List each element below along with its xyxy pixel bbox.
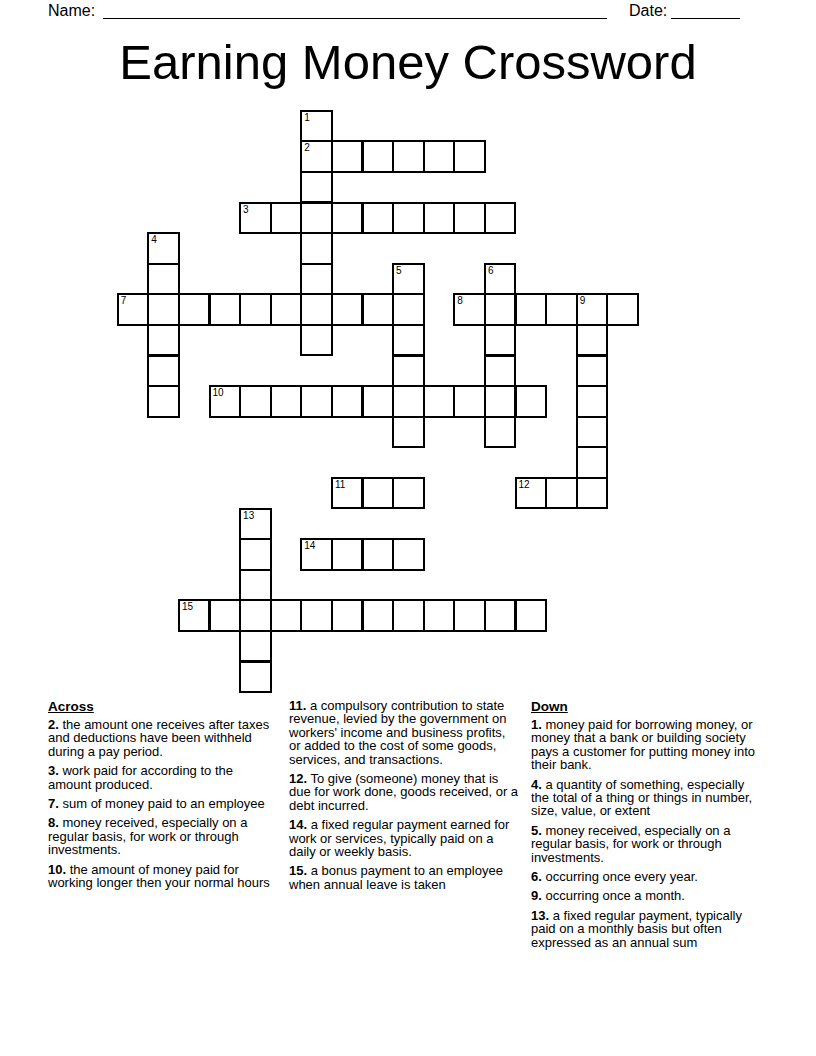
- grid-cell-r16-c7[interactable]: [331, 599, 364, 632]
- clue-number-across-3: 3.: [48, 763, 59, 778]
- grid-cell-r9-c6[interactable]: [300, 385, 333, 418]
- grid-cell-r12-c13[interactable]: 12: [515, 477, 548, 510]
- grid-cell-r6-c6[interactable]: [300, 293, 333, 326]
- grid-cell-r5-c9[interactable]: 5: [392, 263, 425, 296]
- clue-across-11: 11. a compulsory contribution to state r…: [289, 699, 519, 766]
- cell-number-9: 9: [580, 295, 586, 306]
- across-heading: Across: [48, 699, 278, 714]
- cell-number-6: 6: [488, 265, 494, 276]
- grid-cell-r6-c1[interactable]: [147, 293, 180, 326]
- grid-cell-r12-c9[interactable]: [392, 477, 425, 510]
- clue-number-across-12: 12.: [289, 771, 307, 786]
- grid-cell-r6-c2[interactable]: [178, 293, 211, 326]
- grid-cell-r9-c10[interactable]: [423, 385, 456, 418]
- cell-number-3: 3: [243, 204, 249, 215]
- grid-cell-r9-c13[interactable]: [515, 385, 548, 418]
- clue-down-13: 13. a fixed regular payment, typically p…: [531, 909, 761, 949]
- grid-cell-r3-c6[interactable]: [300, 202, 333, 235]
- clue-down-6: 6. occurring once every year.: [531, 870, 761, 883]
- cell-number-2: 2: [304, 142, 310, 153]
- across-clues-column-1: Across 2. the amount one receives after …: [48, 699, 278, 895]
- grid-cell-r12-c15[interactable]: [576, 477, 609, 510]
- grid-cell-r5-c12[interactable]: 6: [484, 263, 517, 296]
- grid-cell-r16-c10[interactable]: [423, 599, 456, 632]
- grid-cell-r6-c3[interactable]: [209, 293, 242, 326]
- grid-cell-r16-c13[interactable]: [515, 599, 548, 632]
- grid-cell-r1-c11[interactable]: [453, 140, 486, 173]
- clue-down-1: 1. money paid for borrowing money, or mo…: [531, 718, 761, 772]
- grid-cell-r3-c7[interactable]: [331, 202, 364, 235]
- crossword-grid: 123456789101112131415: [0, 0, 816, 700]
- clue-across-12: 12. To give (someone) money that is due …: [289, 772, 519, 812]
- clue-across-7: 7. sum of money paid to an employee: [48, 797, 278, 810]
- cell-number-10: 10: [213, 387, 224, 398]
- grid-cell-r8-c12[interactable]: [484, 355, 517, 388]
- cell-number-5: 5: [396, 265, 402, 276]
- grid-cell-r1-c9[interactable]: [392, 140, 425, 173]
- grid-cell-r6-c7[interactable]: [331, 293, 364, 326]
- clue-number-down-5: 5.: [531, 823, 542, 838]
- grid-cell-r11-c15[interactable]: [576, 446, 609, 479]
- grid-cell-r3-c10[interactable]: [423, 202, 456, 235]
- grid-cell-r14-c6[interactable]: 14: [300, 538, 333, 571]
- cell-number-14: 14: [304, 540, 315, 551]
- clue-across-2: 2. the amount one receives after taxes a…: [48, 718, 278, 758]
- grid-cell-r7-c6[interactable]: [300, 324, 333, 357]
- cell-number-7: 7: [121, 295, 127, 306]
- clue-down-5: 5. money received, especially on a regul…: [531, 824, 761, 864]
- grid-cell-r9-c7[interactable]: [331, 385, 364, 418]
- grid-cell-r18-c4[interactable]: [239, 661, 272, 694]
- grid-cell-r14-c8[interactable]: [362, 538, 395, 571]
- grid-cell-r16-c2[interactable]: 15: [178, 599, 211, 632]
- grid-cell-r9-c1[interactable]: [147, 385, 180, 418]
- grid-cell-r6-c16[interactable]: [606, 293, 639, 326]
- grid-cell-r3-c12[interactable]: [484, 202, 517, 235]
- grid-cell-r10-c15[interactable]: [576, 416, 609, 449]
- grid-cell-r9-c9[interactable]: [392, 385, 425, 418]
- grid-cell-r10-c9[interactable]: [392, 416, 425, 449]
- grid-cell-r13-c4[interactable]: 13: [239, 508, 272, 541]
- clue-number-down-1: 1.: [531, 717, 542, 732]
- grid-cell-r6-c15[interactable]: 9: [576, 293, 609, 326]
- clue-number-across-10: 10.: [48, 862, 66, 877]
- grid-cell-r16-c5[interactable]: [270, 599, 303, 632]
- grid-cell-r9-c15[interactable]: [576, 385, 609, 418]
- grid-cell-r8-c1[interactable]: [147, 355, 180, 388]
- across-clues-column-2: 11. a compulsory contribution to state r…: [289, 699, 519, 897]
- clue-across-10: 10. the amount of money paid for working…: [48, 863, 278, 890]
- grid-cell-r7-c15[interactable]: [576, 324, 609, 357]
- grid-cell-r12-c8[interactable]: [362, 477, 395, 510]
- clue-number-across-2: 2.: [48, 717, 59, 732]
- grid-cell-r16-c12[interactable]: [484, 599, 517, 632]
- down-clues-list: 1. money paid for borrowing money, or mo…: [531, 718, 761, 949]
- grid-cell-r16-c8[interactable]: [362, 599, 395, 632]
- clue-number-down-4: 4.: [531, 777, 542, 792]
- clue-across-14: 14. a fixed regular payment earned for w…: [289, 818, 519, 858]
- clue-number-across-15: 15.: [289, 863, 307, 878]
- grid-cell-r15-c4[interactable]: [239, 569, 272, 602]
- grid-cell-r6-c11[interactable]: 8: [453, 293, 486, 326]
- grid-cell-r6-c12[interactable]: [484, 293, 517, 326]
- clue-number-across-14: 14.: [289, 817, 307, 832]
- grid-cell-r16-c11[interactable]: [453, 599, 486, 632]
- down-clues-column: Down 1. money paid for borrowing money, …: [531, 699, 761, 955]
- grid-cell-r9-c12[interactable]: [484, 385, 517, 418]
- grid-cell-r8-c9[interactable]: [392, 355, 425, 388]
- clue-across-15: 15. a bonus payment to an employee when …: [289, 864, 519, 891]
- grid-cell-r6-c0[interactable]: 7: [117, 293, 150, 326]
- clue-number-down-6: 6.: [531, 869, 542, 884]
- clue-number-across-11: 11.: [289, 698, 306, 713]
- clue-number-across-7: 7.: [48, 796, 59, 811]
- grid-cell-r14-c4[interactable]: [239, 538, 272, 571]
- grid-cell-r3-c8[interactable]: [362, 202, 395, 235]
- grid-cell-r14-c9[interactable]: [392, 538, 425, 571]
- grid-cell-r16-c6[interactable]: [300, 599, 333, 632]
- grid-cell-r17-c4[interactable]: [239, 630, 272, 663]
- grid-cell-r1-c7[interactable]: [331, 140, 364, 173]
- clue-across-8: 8. money received, especially on a regul…: [48, 816, 278, 856]
- grid-cell-r5-c6[interactable]: [300, 263, 333, 296]
- grid-cell-r8-c15[interactable]: [576, 355, 609, 388]
- clue-number-down-13: 13.: [531, 908, 549, 923]
- across-clues-list-2: 11. a compulsory contribution to state r…: [289, 699, 519, 891]
- grid-cell-r6-c8[interactable]: [362, 293, 395, 326]
- clue-down-9: 9. occurring once a month.: [531, 889, 761, 902]
- grid-cell-r1-c6[interactable]: 2: [300, 140, 333, 173]
- clue-across-3: 3. work paid for according to the amount…: [48, 764, 278, 791]
- grid-cell-r14-c7[interactable]: [331, 538, 364, 571]
- cell-number-12: 12: [519, 479, 530, 490]
- grid-cell-r9-c4[interactable]: [239, 385, 272, 418]
- grid-cell-r3-c11[interactable]: [453, 202, 486, 235]
- grid-cell-r3-c4[interactable]: 3: [239, 202, 272, 235]
- cell-number-11: 11: [335, 479, 345, 490]
- grid-cell-r5-c1[interactable]: [147, 263, 180, 296]
- down-heading: Down: [531, 699, 761, 714]
- grid-cell-r6-c14[interactable]: [545, 293, 578, 326]
- grid-cell-r16-c4[interactable]: [239, 599, 272, 632]
- cell-number-8: 8: [457, 295, 463, 306]
- grid-cell-r3-c9[interactable]: [392, 202, 425, 235]
- grid-cell-r16-c3[interactable]: [209, 599, 242, 632]
- grid-cell-r0-c6[interactable]: 1: [300, 110, 333, 143]
- grid-cell-r9-c11[interactable]: [453, 385, 486, 418]
- grid-cell-r3-c5[interactable]: [270, 202, 303, 235]
- grid-cell-r9-c3[interactable]: 10: [209, 385, 242, 418]
- clue-down-4: 4. a quantity of something, especially t…: [531, 778, 761, 818]
- grid-cell-r12-c14[interactable]: [545, 477, 578, 510]
- grid-cell-r9-c8[interactable]: [362, 385, 395, 418]
- cell-number-1: 1: [304, 112, 310, 123]
- grid-cell-r6-c13[interactable]: [515, 293, 548, 326]
- grid-cell-r10-c12[interactable]: [484, 416, 517, 449]
- clue-number-across-8: 8.: [48, 815, 59, 830]
- grid-cell-r7-c1[interactable]: [147, 324, 180, 357]
- grid-cell-r4-c6[interactable]: [300, 232, 333, 265]
- grid-cell-r6-c5[interactable]: [270, 293, 303, 326]
- grid-cell-r12-c7[interactable]: 11: [331, 477, 364, 510]
- grid-cell-r6-c4[interactable]: [239, 293, 272, 326]
- grid-cell-r7-c9[interactable]: [392, 324, 425, 357]
- grid-cell-r7-c12[interactable]: [484, 324, 517, 357]
- grid-cell-r6-c9[interactable]: [392, 293, 425, 326]
- grid-cell-r2-c6[interactable]: [300, 171, 333, 204]
- across-clues-list-1: 2. the amount one receives after taxes a…: [48, 718, 278, 889]
- grid-cell-r16-c9[interactable]: [392, 599, 425, 632]
- clue-number-down-9: 9.: [531, 888, 542, 903]
- grid-cell-r4-c1[interactable]: 4: [147, 232, 180, 265]
- grid-cell-r1-c8[interactable]: [362, 140, 395, 173]
- cell-number-15: 15: [182, 601, 193, 612]
- cell-number-13: 13: [243, 510, 254, 521]
- grid-cell-r1-c10[interactable]: [423, 140, 456, 173]
- cell-number-4: 4: [151, 234, 157, 245]
- grid-cell-r9-c5[interactable]: [270, 385, 303, 418]
